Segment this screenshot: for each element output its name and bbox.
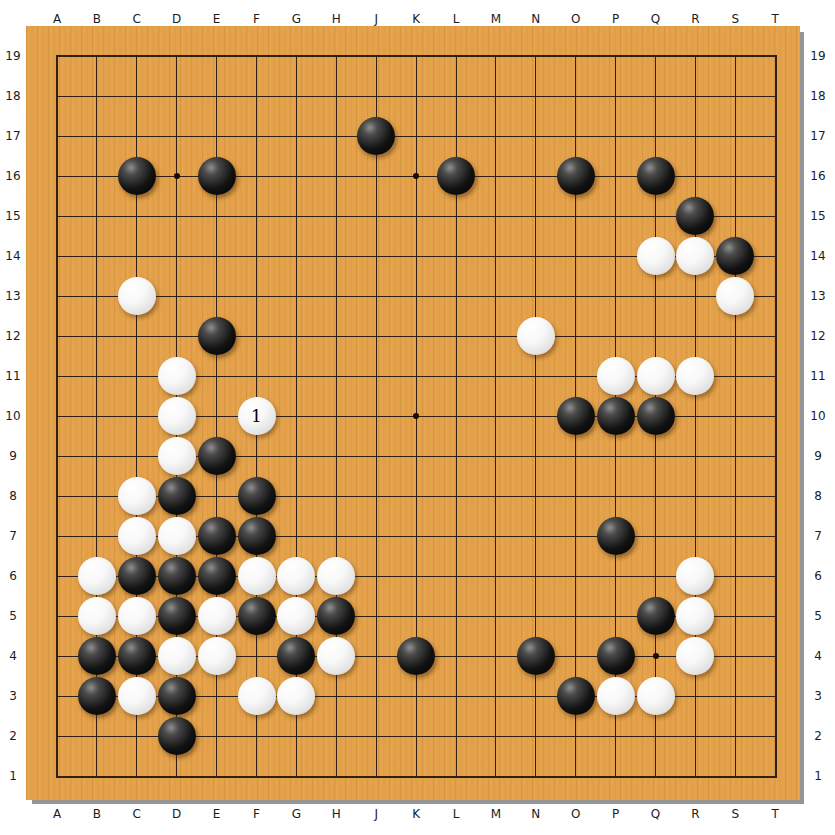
stone-white bbox=[118, 277, 156, 315]
column-label-bottom: E bbox=[213, 807, 221, 821]
row-label-left: 2 bbox=[9, 729, 17, 743]
stone-white bbox=[118, 477, 156, 515]
row-label-left: 6 bbox=[9, 569, 17, 583]
stone-black bbox=[557, 677, 595, 715]
stone-white bbox=[118, 517, 156, 555]
column-label-bottom: G bbox=[292, 807, 301, 821]
stone-black bbox=[557, 397, 595, 435]
column-label-bottom: N bbox=[531, 807, 540, 821]
row-label-left: 10 bbox=[5, 409, 20, 423]
stone-black bbox=[637, 157, 675, 195]
stone-black bbox=[597, 637, 635, 675]
row-label-left: 7 bbox=[9, 529, 17, 543]
stone-white bbox=[198, 597, 236, 635]
star-point bbox=[653, 653, 659, 659]
row-label-left: 8 bbox=[9, 489, 17, 503]
stone-white bbox=[118, 597, 156, 635]
column-label-top: T bbox=[772, 12, 779, 26]
column-label-bottom: H bbox=[332, 807, 341, 821]
stone-white bbox=[78, 557, 116, 595]
column-label-top: N bbox=[531, 12, 540, 26]
stone-black bbox=[597, 397, 635, 435]
row-label-left: 17 bbox=[5, 129, 20, 143]
row-label-left: 4 bbox=[9, 649, 17, 663]
column-label-top: H bbox=[332, 12, 341, 26]
stone-black bbox=[158, 677, 196, 715]
move-number-label: 1 bbox=[238, 397, 276, 435]
column-label-bottom: R bbox=[691, 807, 699, 821]
stone-black bbox=[118, 157, 156, 195]
row-label-right: 5 bbox=[814, 609, 822, 623]
row-label-left: 14 bbox=[5, 249, 20, 263]
column-label-bottom: M bbox=[491, 807, 501, 821]
column-label-bottom: P bbox=[612, 807, 619, 821]
stone-black bbox=[357, 117, 395, 155]
stone-white bbox=[158, 637, 196, 675]
row-label-right: 15 bbox=[810, 209, 825, 223]
row-label-right: 19 bbox=[810, 49, 825, 63]
star-point bbox=[174, 173, 180, 179]
stone-black bbox=[198, 557, 236, 595]
row-label-left: 12 bbox=[5, 329, 20, 343]
column-label-bottom: F bbox=[253, 807, 260, 821]
stone-black bbox=[238, 517, 276, 555]
grid-line-vertical bbox=[735, 56, 736, 776]
row-label-right: 6 bbox=[814, 569, 822, 583]
stone-white bbox=[597, 357, 635, 395]
row-label-right: 13 bbox=[810, 289, 825, 303]
row-label-right: 2 bbox=[814, 729, 822, 743]
column-label-top: Q bbox=[651, 12, 660, 26]
column-label-bottom: J bbox=[374, 807, 378, 821]
column-label-top: A bbox=[53, 12, 61, 26]
stone-black bbox=[597, 517, 635, 555]
column-label-bottom: O bbox=[571, 807, 580, 821]
column-label-top: M bbox=[491, 12, 501, 26]
row-label-right: 14 bbox=[810, 249, 825, 263]
row-label-right: 17 bbox=[810, 129, 825, 143]
row-label-right: 11 bbox=[810, 369, 825, 383]
row-label-right: 12 bbox=[810, 329, 825, 343]
stone-black bbox=[637, 597, 675, 635]
column-label-top: E bbox=[213, 12, 221, 26]
column-label-bottom: Q bbox=[651, 807, 660, 821]
column-label-bottom: B bbox=[93, 807, 101, 821]
row-label-left: 15 bbox=[5, 209, 20, 223]
stone-black bbox=[158, 717, 196, 755]
stone-black bbox=[158, 597, 196, 635]
stone-black bbox=[198, 317, 236, 355]
stone-black bbox=[118, 557, 156, 595]
stone-white bbox=[238, 677, 276, 715]
column-label-top: C bbox=[133, 12, 141, 26]
column-label-bottom: L bbox=[453, 807, 460, 821]
stone-black bbox=[238, 477, 276, 515]
column-label-top: L bbox=[453, 12, 460, 26]
row-label-right: 8 bbox=[814, 489, 822, 503]
stone-white bbox=[118, 677, 156, 715]
stone-black bbox=[517, 637, 555, 675]
stone-white bbox=[238, 557, 276, 595]
column-label-bottom: A bbox=[53, 807, 61, 821]
stone-black bbox=[118, 637, 156, 675]
stone-white bbox=[78, 597, 116, 635]
row-label-right: 4 bbox=[814, 649, 822, 663]
row-label-right: 1 bbox=[814, 769, 822, 783]
grid-line-vertical bbox=[495, 56, 496, 776]
stone-black bbox=[198, 157, 236, 195]
row-label-left: 5 bbox=[9, 609, 17, 623]
row-label-right: 10 bbox=[810, 409, 825, 423]
column-label-top: F bbox=[253, 12, 260, 26]
column-label-top: O bbox=[571, 12, 580, 26]
row-label-right: 9 bbox=[814, 449, 822, 463]
column-label-top: P bbox=[612, 12, 619, 26]
column-label-bottom: T bbox=[772, 807, 779, 821]
row-label-left: 13 bbox=[5, 289, 20, 303]
stone-white bbox=[198, 637, 236, 675]
column-label-top: G bbox=[292, 12, 301, 26]
stone-white bbox=[158, 437, 196, 475]
stone-black bbox=[78, 637, 116, 675]
row-label-left: 16 bbox=[5, 169, 20, 183]
column-label-top: B bbox=[93, 12, 101, 26]
stone-black bbox=[198, 517, 236, 555]
column-label-top: K bbox=[412, 12, 420, 26]
row-label-left: 1 bbox=[9, 769, 17, 783]
stone-black bbox=[637, 397, 675, 435]
stone-black bbox=[78, 677, 116, 715]
row-label-right: 7 bbox=[814, 529, 822, 543]
stone-white bbox=[597, 677, 635, 715]
column-label-top: S bbox=[731, 12, 739, 26]
stone-black bbox=[437, 157, 475, 195]
stone-white bbox=[637, 677, 675, 715]
stone-black bbox=[158, 557, 196, 595]
row-label-left: 3 bbox=[9, 689, 17, 703]
go-board-diagram: AABBCCDDEEFFGGHHJJKKLLMMNNOOPPQQRRSSTT19… bbox=[0, 0, 835, 835]
stone-black bbox=[158, 477, 196, 515]
row-label-left: 11 bbox=[5, 369, 20, 383]
column-label-top: D bbox=[172, 12, 181, 26]
stone-white bbox=[158, 517, 196, 555]
stone-white bbox=[637, 237, 675, 275]
column-label-top: J bbox=[374, 12, 378, 26]
row-label-right: 3 bbox=[814, 689, 822, 703]
row-label-right: 18 bbox=[810, 89, 825, 103]
stone-black bbox=[557, 157, 595, 195]
row-label-right: 16 bbox=[810, 169, 825, 183]
column-label-bottom: C bbox=[133, 807, 141, 821]
row-label-left: 18 bbox=[5, 89, 20, 103]
stone-white: 1 bbox=[238, 397, 276, 435]
stone-black bbox=[198, 437, 236, 475]
column-label-bottom: K bbox=[412, 807, 420, 821]
column-label-bottom: S bbox=[731, 807, 739, 821]
column-label-bottom: D bbox=[172, 807, 181, 821]
stone-white bbox=[158, 397, 196, 435]
stone-white bbox=[517, 317, 555, 355]
stone-black bbox=[238, 597, 276, 635]
stone-white bbox=[158, 357, 196, 395]
column-label-top: R bbox=[691, 12, 699, 26]
row-label-left: 9 bbox=[9, 449, 17, 463]
stone-white bbox=[637, 357, 675, 395]
row-label-left: 19 bbox=[5, 49, 20, 63]
stone-black bbox=[397, 637, 435, 675]
